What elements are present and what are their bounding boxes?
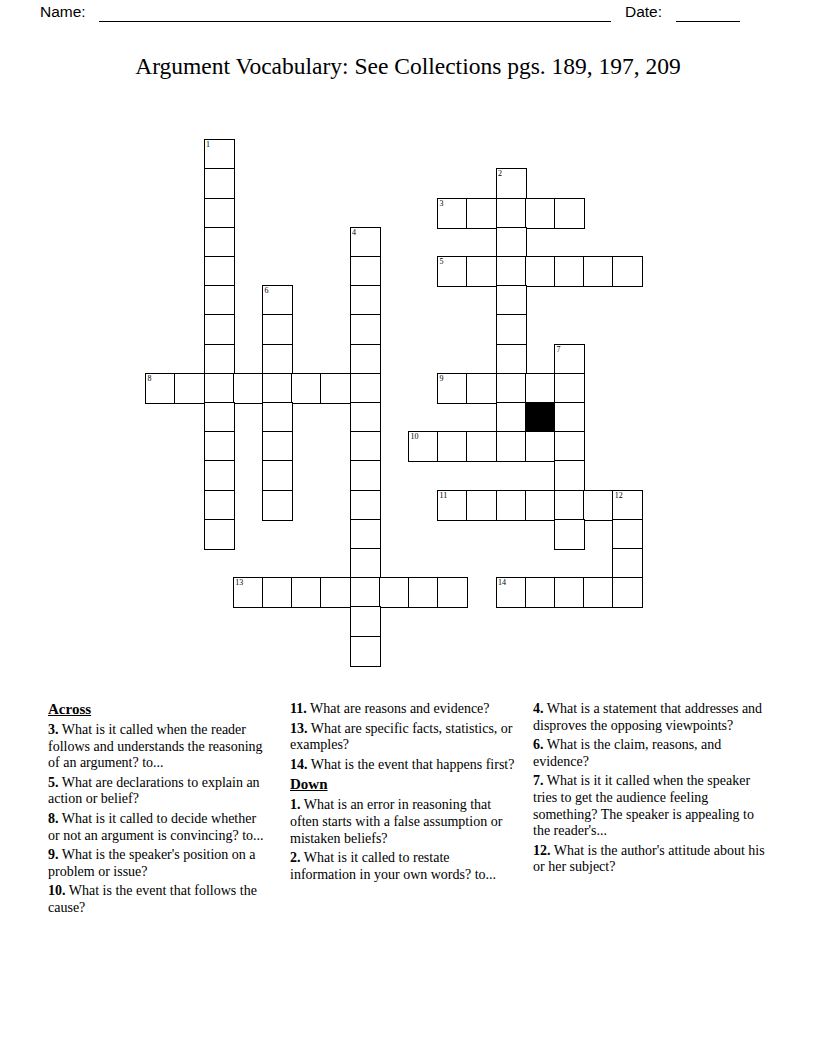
grid-cell[interactable] [262, 314, 293, 345]
clue-number: 6 [264, 286, 268, 295]
grid-cell[interactable]: 8 [145, 373, 176, 404]
grid-cell[interactable] [496, 314, 527, 345]
grid-cell[interactable] [379, 577, 410, 608]
grid-cell[interactable] [204, 314, 235, 345]
clue-number-label: 12. [533, 843, 551, 858]
grid-cell[interactable] [612, 548, 643, 579]
grid-cell[interactable]: 13 [233, 577, 264, 608]
clue-number-label: 3. [48, 722, 59, 737]
grid-cell[interactable] [291, 577, 322, 608]
grid-cell[interactable] [204, 227, 235, 258]
grid-cell[interactable] [350, 577, 381, 608]
clue-11: 11. What are reasons and evidence? [290, 701, 519, 718]
clue-number: 11 [440, 491, 448, 500]
grid-cell[interactable] [204, 373, 235, 404]
clue-number: 4 [352, 228, 356, 237]
grid-cell[interactable] [496, 431, 527, 462]
clue-number: 9 [440, 374, 444, 383]
grid-cell[interactable] [262, 344, 293, 375]
grid-cell[interactable]: 5 [437, 256, 468, 287]
grid-cell[interactable] [525, 490, 556, 521]
grid-cell[interactable]: 3 [437, 198, 468, 229]
grid-cell[interactable] [350, 519, 381, 550]
grid-cell[interactable] [466, 490, 497, 521]
grid-cell[interactable] [350, 606, 381, 637]
grid-cell[interactable]: 7 [554, 344, 585, 375]
clue-5: 5. What are declarations to explain an a… [48, 775, 267, 808]
grid-cell[interactable] [554, 373, 585, 404]
clue-column-3: 4. What is a statement that addresses an… [533, 701, 773, 879]
grid-cell[interactable] [262, 460, 293, 491]
grid-cell[interactable] [204, 519, 235, 550]
grid-cell[interactable] [525, 256, 556, 287]
grid-cell[interactable] [554, 431, 585, 462]
grid-cell[interactable] [204, 344, 235, 375]
grid-cell[interactable] [204, 198, 235, 229]
clue-13: 13. What are specific facts, statistics,… [290, 721, 519, 754]
grid-cell[interactable] [320, 577, 351, 608]
clue-7: 7. What is it it called when the speaker… [533, 773, 773, 839]
grid-cell[interactable] [204, 402, 235, 433]
grid-cell[interactable] [466, 431, 497, 462]
grid-cell[interactable] [525, 577, 556, 608]
grid-cell[interactable] [554, 198, 585, 229]
clue-number: 14 [498, 578, 506, 587]
grid-cell[interactable] [583, 490, 614, 521]
grid-cell[interactable] [496, 490, 527, 521]
clue-number-label: 9. [48, 847, 59, 862]
grid-cell[interactable] [496, 373, 527, 404]
name-label: Name: [40, 3, 86, 21]
clue-number: 1 [206, 140, 210, 149]
grid-cell[interactable] [496, 344, 527, 375]
clue-number-label: 11. [290, 701, 307, 716]
grid-cell[interactable] [554, 490, 585, 521]
grid-cell[interactable] [466, 198, 497, 229]
grid-cell[interactable] [350, 460, 381, 491]
grid-cell[interactable] [262, 373, 293, 404]
clue-number: 2 [498, 169, 502, 178]
grid-cell[interactable] [496, 256, 527, 287]
clue-number-label: 2. [290, 850, 301, 865]
clue-2: 2. What is it called to restate informat… [290, 850, 519, 883]
grid-cell[interactable] [612, 577, 643, 608]
crossword-grid: 1234567891011121314 [146, 140, 644, 668]
grid-cell[interactable]: 2 [496, 168, 527, 199]
worksheet-title: Argument Vocabulary: See Collections pgs… [0, 51, 816, 81]
grid-cell[interactable] [350, 402, 381, 433]
clue-number-label: 13. [290, 721, 308, 736]
grid-cell[interactable] [466, 256, 497, 287]
grid-cell[interactable] [204, 285, 235, 316]
clue-number: 12 [615, 491, 623, 500]
clue-9: 9. What is the speaker's position on a p… [48, 847, 267, 880]
grid-cell[interactable] [350, 256, 381, 287]
grid-cell[interactable] [204, 431, 235, 462]
grid-cell[interactable] [496, 402, 527, 433]
grid-cell[interactable] [350, 490, 381, 521]
grid-cell[interactable] [554, 402, 585, 433]
date-label: Date: [625, 3, 662, 21]
grid-cell[interactable] [350, 636, 381, 667]
clue-number-label: 7. [533, 773, 544, 788]
clue-number-label: 8. [48, 811, 59, 826]
grid-cell[interactable] [350, 314, 381, 345]
grid-cell[interactable] [350, 344, 381, 375]
grid-cell[interactable] [554, 577, 585, 608]
clues-heading-across: Across [48, 701, 267, 718]
clue-number: 3 [440, 199, 444, 208]
clue-number-label: 10. [48, 883, 66, 898]
grid-cell[interactable] [262, 577, 293, 608]
grid-cell[interactable] [525, 431, 556, 462]
grid-cell[interactable] [583, 577, 614, 608]
clue-number: 10 [410, 432, 418, 441]
clue-number: 5 [440, 257, 444, 266]
grid-cell[interactable] [554, 256, 585, 287]
clue-column-1: Across3. What is it called when the read… [48, 701, 267, 920]
clue-number-label: 4. [533, 701, 544, 716]
grid-cell[interactable] [174, 373, 205, 404]
grid-cell[interactable] [612, 256, 643, 287]
grid-cell[interactable]: 9 [437, 373, 468, 404]
clue-4: 4. What is a statement that addresses an… [533, 701, 773, 734]
name-blank-line[interactable] [99, 4, 611, 22]
grid-cell[interactable] [554, 519, 585, 550]
grid-cell[interactable] [496, 285, 527, 316]
grid-cell[interactable]: 11 [437, 490, 468, 521]
clue-number-label: 5. [48, 775, 59, 790]
grid-cell[interactable] [350, 548, 381, 579]
grid-cell[interactable] [350, 431, 381, 462]
grid-cell[interactable] [496, 227, 527, 258]
grid-cell[interactable] [291, 373, 322, 404]
clue-14: 14. What is the event that happens first… [290, 757, 519, 774]
worksheet-page: Name: Date: Argument Vocabulary: See Col… [0, 0, 816, 1056]
grid-cell[interactable]: 4 [350, 227, 381, 258]
clue-number-label: 14. [290, 757, 308, 772]
grid-cell[interactable] [612, 519, 643, 550]
grid-cell[interactable] [204, 168, 235, 199]
grid-cell[interactable] [262, 402, 293, 433]
grid-cell[interactable] [233, 373, 264, 404]
grid-cell[interactable] [262, 431, 293, 462]
grid-cell[interactable] [350, 373, 381, 404]
clue-3: 3. What is it called when the reader fol… [48, 722, 267, 772]
grid-cell[interactable] [496, 198, 527, 229]
clue-6: 6. What is the claim, reasons, and evide… [533, 737, 773, 770]
grid-cell[interactable] [437, 431, 468, 462]
grid-cell[interactable]: 14 [496, 577, 527, 608]
grid-cell[interactable] [525, 373, 556, 404]
grid-cell[interactable] [437, 577, 468, 608]
clue-number: 8 [148, 374, 152, 383]
clue-number-label: 6. [533, 737, 544, 752]
clue-8: 8. What is it called to decide whether o… [48, 811, 267, 844]
clues-heading-down: Down [290, 776, 519, 793]
grid-cell[interactable] [350, 285, 381, 316]
grid-cell[interactable] [204, 490, 235, 521]
grid-cell[interactable]: 1 [204, 139, 235, 170]
grid-cell[interactable] [554, 460, 585, 491]
grid-cell[interactable] [408, 577, 439, 608]
grid-cell[interactable] [204, 460, 235, 491]
grid-cell[interactable] [204, 256, 235, 287]
date-blank-line[interactable] [676, 4, 740, 22]
grid-cell[interactable]: 12 [612, 490, 643, 521]
clue-column-2: 11. What are reasons and evidence?13. Wh… [290, 701, 519, 886]
grid-cell[interactable] [320, 373, 351, 404]
clue-number-label: 1. [290, 797, 301, 812]
black-cell [525, 402, 556, 433]
grid-cell[interactable]: 6 [262, 285, 293, 316]
grid-cell[interactable] [583, 256, 614, 287]
clue-12: 12. What is the author's attitude about … [533, 843, 773, 876]
clue-1: 1. What is an error in reasoning that of… [290, 797, 519, 847]
clue-10: 10. What is the event that follows the c… [48, 883, 267, 916]
clue-number: 7 [556, 345, 560, 354]
grid-cell[interactable] [466, 373, 497, 404]
grid-cell[interactable] [262, 490, 293, 521]
grid-cell[interactable]: 10 [408, 431, 439, 462]
grid-cell[interactable] [525, 198, 556, 229]
clue-number: 13 [235, 578, 243, 587]
